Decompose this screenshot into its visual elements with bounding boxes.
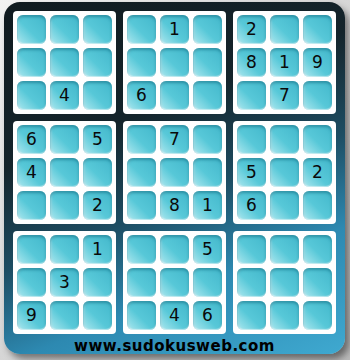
cell-r6c2[interactable] (50, 191, 79, 220)
cell-r6c1[interactable] (17, 191, 46, 220)
cell-r7c5[interactable] (160, 235, 189, 264)
cell-r2c7[interactable]: 8 (237, 48, 266, 77)
cell-r7c8[interactable] (270, 235, 299, 264)
cell-r5c5[interactable] (160, 158, 189, 187)
cell-r9c3[interactable] (83, 301, 112, 330)
cell-r3c6[interactable] (193, 81, 222, 110)
cell-r3c3[interactable] (83, 81, 112, 110)
cell-r2c6[interactable] (193, 48, 222, 77)
cell-r5c7[interactable]: 5 (237, 158, 266, 187)
cell-r7c1[interactable] (17, 235, 46, 264)
cell-r5c9[interactable]: 2 (303, 158, 332, 187)
cell-r1c2[interactable] (50, 15, 79, 44)
block-3-3 (233, 231, 336, 334)
cell-r4c5[interactable]: 7 (160, 125, 189, 154)
block-3-1: 139 (13, 231, 116, 334)
cell-r6c9[interactable] (303, 191, 332, 220)
cell-r3c7[interactable] (237, 81, 266, 110)
cell-r1c6[interactable] (193, 15, 222, 44)
cell-r2c3[interactable] (83, 48, 112, 77)
cell-r4c3[interactable]: 5 (83, 125, 112, 154)
footer-band: www.sudokusweb.com (13, 334, 336, 358)
cell-r1c1[interactable] (17, 15, 46, 44)
block-1-3: 28197 (233, 11, 336, 114)
block-2-3: 526 (233, 121, 336, 224)
cell-r4c8[interactable] (270, 125, 299, 154)
cell-r7c3[interactable]: 1 (83, 235, 112, 264)
cell-r5c4[interactable] (127, 158, 156, 187)
cell-r4c4[interactable] (127, 125, 156, 154)
cell-r2c1[interactable] (17, 48, 46, 77)
block-3-2: 546 (123, 231, 226, 334)
cell-r2c8[interactable]: 1 (270, 48, 299, 77)
cell-r5c1[interactable]: 4 (17, 158, 46, 187)
cell-r5c6[interactable] (193, 158, 222, 187)
cell-r7c7[interactable] (237, 235, 266, 264)
site-link[interactable]: www.sudokusweb.com (74, 337, 275, 355)
cell-r5c8[interactable] (270, 158, 299, 187)
block-2-1: 6542 (13, 121, 116, 224)
cell-r9c9[interactable] (303, 301, 332, 330)
cell-r4c9[interactable] (303, 125, 332, 154)
cell-r3c2[interactable]: 4 (50, 81, 79, 110)
cell-r8c7[interactable] (237, 268, 266, 297)
cell-r9c7[interactable] (237, 301, 266, 330)
block-2-2: 781 (123, 121, 226, 224)
cell-r8c4[interactable] (127, 268, 156, 297)
cell-r2c5[interactable] (160, 48, 189, 77)
cell-r6c4[interactable] (127, 191, 156, 220)
cell-r1c9[interactable] (303, 15, 332, 44)
cell-r9c8[interactable] (270, 301, 299, 330)
cell-r2c2[interactable] (50, 48, 79, 77)
cell-r7c4[interactable] (127, 235, 156, 264)
cell-r9c6[interactable]: 6 (193, 301, 222, 330)
cell-r7c9[interactable] (303, 235, 332, 264)
sudoku-grid: 416281976542781526139546 (13, 11, 336, 334)
cell-r9c4[interactable] (127, 301, 156, 330)
cell-r8c2[interactable]: 3 (50, 268, 79, 297)
cell-r9c1[interactable]: 9 (17, 301, 46, 330)
cell-r6c8[interactable] (270, 191, 299, 220)
cell-r1c7[interactable]: 2 (237, 15, 266, 44)
cell-r3c8[interactable]: 7 (270, 81, 299, 110)
cell-r7c2[interactable] (50, 235, 79, 264)
cell-r1c4[interactable] (127, 15, 156, 44)
cell-r6c6[interactable]: 1 (193, 191, 222, 220)
cell-r8c8[interactable] (270, 268, 299, 297)
cell-r1c3[interactable] (83, 15, 112, 44)
cell-r8c9[interactable] (303, 268, 332, 297)
cell-r5c2[interactable] (50, 158, 79, 187)
cell-r3c5[interactable] (160, 81, 189, 110)
cell-r4c2[interactable] (50, 125, 79, 154)
cell-r2c4[interactable] (127, 48, 156, 77)
cell-r7c6[interactable]: 5 (193, 235, 222, 264)
cell-r3c4[interactable]: 6 (127, 81, 156, 110)
cell-r4c6[interactable] (193, 125, 222, 154)
cell-r4c7[interactable] (237, 125, 266, 154)
cell-r3c9[interactable] (303, 81, 332, 110)
block-1-2: 16 (123, 11, 226, 114)
cell-r2c9[interactable]: 9 (303, 48, 332, 77)
cell-r5c3[interactable] (83, 158, 112, 187)
cell-r6c7[interactable]: 6 (237, 191, 266, 220)
cell-r1c8[interactable] (270, 15, 299, 44)
sudoku-board: 416281976542781526139546 www.sudokusweb.… (4, 2, 345, 354)
cell-r8c1[interactable] (17, 268, 46, 297)
cell-r4c1[interactable]: 6 (17, 125, 46, 154)
cell-r8c6[interactable] (193, 268, 222, 297)
cell-r8c3[interactable] (83, 268, 112, 297)
cell-r9c2[interactable] (50, 301, 79, 330)
cell-r9c5[interactable]: 4 (160, 301, 189, 330)
cell-r1c5[interactable]: 1 (160, 15, 189, 44)
cell-r6c3[interactable]: 2 (83, 191, 112, 220)
cell-r6c5[interactable]: 8 (160, 191, 189, 220)
cell-r3c1[interactable] (17, 81, 46, 110)
block-1-1: 4 (13, 11, 116, 114)
cell-r8c5[interactable] (160, 268, 189, 297)
